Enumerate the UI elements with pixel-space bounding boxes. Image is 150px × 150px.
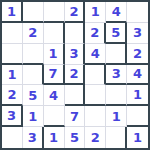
cell-r6c5[interactable] xyxy=(85,106,106,127)
cell-r4c3[interactable]: 7 xyxy=(44,65,65,86)
cell-r5c4[interactable] xyxy=(65,85,86,106)
cell-r1c3[interactable] xyxy=(44,2,65,23)
given-digit: 1 xyxy=(133,88,142,101)
given-digit: 3 xyxy=(7,109,16,122)
given-digit: 1 xyxy=(7,68,16,81)
cell-r2c6[interactable]: 5 xyxy=(106,23,127,44)
cell-r1c1[interactable]: 1 xyxy=(2,2,23,23)
given-digit: 7 xyxy=(70,110,79,123)
given-digit: 1 xyxy=(91,5,100,18)
given-digit: 4 xyxy=(91,47,100,60)
cell-r5c5[interactable] xyxy=(85,85,106,106)
cell-r4c4[interactable]: 2 xyxy=(65,65,86,86)
cell-r7c6[interactable] xyxy=(106,127,127,148)
given-digit: 2 xyxy=(69,67,78,80)
cell-r2c4[interactable] xyxy=(65,23,86,44)
cell-r2c7[interactable]: 3 xyxy=(127,23,148,44)
cell-r2c1[interactable] xyxy=(2,23,23,44)
given-digit: 1 xyxy=(133,131,142,144)
cell-r6c7[interactable] xyxy=(127,106,148,127)
cell-r3c1[interactable] xyxy=(2,44,23,65)
cell-r7c4[interactable]: 5 xyxy=(65,127,86,148)
cell-r5c6[interactable] xyxy=(106,85,127,106)
cell-r1c6[interactable]: 4 xyxy=(106,2,127,23)
cell-r6c6[interactable]: 1 xyxy=(106,106,127,127)
cell-r2c3[interactable] xyxy=(44,23,65,44)
cell-r7c3[interactable]: 1 xyxy=(44,127,65,148)
given-digit: 3 xyxy=(133,26,142,39)
cell-r7c5[interactable]: 2 xyxy=(85,127,106,148)
cell-r1c5[interactable]: 1 xyxy=(85,2,106,23)
cell-r1c7[interactable] xyxy=(127,2,148,23)
cell-r6c4[interactable]: 7 xyxy=(65,106,86,127)
cell-r2c5[interactable]: 2 xyxy=(85,23,106,44)
given-digit: 1 xyxy=(49,47,58,60)
given-digit: 3 xyxy=(112,67,121,80)
cell-r6c2[interactable]: 1 xyxy=(23,106,44,127)
cell-r5c7[interactable]: 1 xyxy=(127,85,148,106)
given-digit: 2 xyxy=(7,88,16,101)
cell-r3c5[interactable]: 4 xyxy=(85,44,106,65)
given-digit: 4 xyxy=(133,67,142,80)
cell-r3c7[interactable]: 2 xyxy=(127,44,148,65)
given-digit: 3 xyxy=(28,131,37,144)
cell-r1c2[interactable] xyxy=(23,2,44,23)
given-digit: 4 xyxy=(112,5,121,18)
given-digit: 2 xyxy=(133,47,142,60)
given-digit: 2 xyxy=(90,26,99,39)
given-digit: 2 xyxy=(69,5,78,18)
given-digit: 2 xyxy=(91,131,100,144)
cell-r5c2[interactable]: 5 xyxy=(23,85,44,106)
given-digit: 1 xyxy=(112,110,121,123)
cell-r3c3[interactable]: 1 xyxy=(44,44,65,65)
cell-r1c4[interactable]: 2 xyxy=(65,2,86,23)
given-digit: 5 xyxy=(28,89,37,102)
cell-r6c1[interactable]: 3 xyxy=(2,106,23,127)
cell-r4c7[interactable]: 4 xyxy=(127,65,148,86)
given-digit: 1 xyxy=(7,5,16,18)
puzzle-board: 121422531342172342541317131521 xyxy=(0,0,150,150)
given-digit: 1 xyxy=(28,110,37,123)
cell-r7c2[interactable]: 3 xyxy=(23,127,44,148)
cell-r3c6[interactable] xyxy=(106,44,127,65)
cell-r5c1[interactable]: 2 xyxy=(2,85,23,106)
given-digit: 7 xyxy=(49,67,58,80)
given-digit: 5 xyxy=(70,131,79,144)
cell-r3c4[interactable]: 3 xyxy=(65,44,86,65)
given-digit: 4 xyxy=(49,89,58,102)
given-digit: 3 xyxy=(69,47,78,60)
cell-r4c6[interactable]: 3 xyxy=(106,65,127,86)
given-digit: 2 xyxy=(28,26,37,39)
cell-r4c1[interactable]: 1 xyxy=(2,65,23,86)
cell-r4c5[interactable] xyxy=(85,65,106,86)
cell-r3c2[interactable] xyxy=(23,44,44,65)
cell-r5c3[interactable]: 4 xyxy=(44,85,65,106)
given-digit: 5 xyxy=(111,26,120,39)
cell-r2c2[interactable]: 2 xyxy=(23,23,44,44)
cell-r7c1[interactable] xyxy=(2,127,23,148)
cell-r6c3[interactable] xyxy=(44,106,65,127)
given-digit: 1 xyxy=(49,131,58,144)
cell-r4c2[interactable] xyxy=(23,65,44,86)
cell-r7c7[interactable]: 1 xyxy=(127,127,148,148)
